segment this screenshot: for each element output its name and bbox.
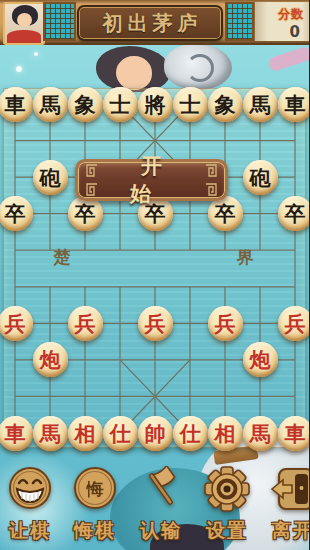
leave-button[interactable]: 离开 [264,466,309,544]
piece-glyph: 車 [285,94,306,115]
sparkle-decoration [16,66,22,72]
piece-glyph: 砲 [40,167,61,188]
resign-button[interactable]: 认输 [132,466,190,544]
settings-label: 设置 [198,518,256,544]
sparkle-decoration [34,52,38,56]
piece-red-29[interactable]: 相 [208,416,243,451]
piece-glyph: 車 [5,423,26,444]
piece-black-1[interactable]: 馬 [33,87,68,122]
piece-red-25[interactable]: 相 [68,416,103,451]
piece-black-4[interactable]: 將 [138,87,173,122]
piece-red-31[interactable]: 車 [278,416,310,451]
page-title: 初出茅庐 [98,10,203,37]
score-value: 0 [290,23,300,41]
piece-red-23[interactable]: 車 [0,416,33,451]
piece-glyph: 將 [145,94,166,115]
piece-glyph: 象 [215,94,236,115]
gear-icon [204,466,250,512]
exit-door-icon [270,466,309,512]
top-bar: 初出茅庐 分数 0 [0,0,309,45]
offer-handicap-label: 让棋 [1,518,59,544]
scroll-ornament-left [85,164,99,196]
piece-black-8[interactable]: 車 [278,87,310,122]
background-character-hair [96,46,170,92]
piece-glyph: 帥 [145,423,166,444]
lattice-panel-right [225,2,254,41]
piece-glyph: 士 [110,94,131,115]
leave-label: 离开 [264,518,309,544]
piece-glyph: 士 [180,94,201,115]
piece-glyph: 馬 [40,423,61,444]
undo-move-button[interactable]: 悔 悔棋 [66,466,124,544]
piece-black-11[interactable]: 卒 [0,196,33,231]
piece-glyph: 相 [215,423,236,444]
piece-glyph: 車 [5,94,26,115]
avatar-face [17,13,32,27]
piece-black-10[interactable]: 砲 [243,160,278,195]
piece-glyph: 兵 [285,313,306,334]
resign-label: 认输 [132,518,190,544]
piece-glyph: 相 [75,423,96,444]
piece-red-24[interactable]: 馬 [33,416,68,451]
settings-button[interactable]: 设置 [198,466,256,544]
piece-red-30[interactable]: 馬 [243,416,278,451]
start-button[interactable]: 开始 [75,159,228,201]
piece-red-17[interactable]: 兵 [68,306,103,341]
piece-glyph: 卒 [285,203,306,224]
piece-black-14[interactable]: 卒 [208,196,243,231]
scroll-ornament-right [204,164,218,196]
piece-glyph: 仕 [180,423,201,444]
piece-glyph: 卒 [75,203,96,224]
piece-red-22[interactable]: 炮 [243,342,278,377]
board-grid [3,88,306,448]
piece-glyph: 車 [285,423,306,444]
piece-black-5[interactable]: 士 [173,87,208,122]
piece-red-18[interactable]: 兵 [138,306,173,341]
piece-red-28[interactable]: 仕 [173,416,208,451]
piece-red-21[interactable]: 炮 [33,342,68,377]
background-character-face [116,56,152,90]
piece-red-27[interactable]: 帥 [138,416,173,451]
xiangqi-app: 初出茅庐 分数 0 楚 界 車馬象士將士象馬車砲砲卒卒卒卒卒兵兵兵兵兵炮炮車馬相… [0,0,309,550]
piece-glyph: 仕 [110,423,131,444]
svg-text:悔: 悔 [86,479,104,499]
piece-black-6[interactable]: 象 [208,87,243,122]
pink-ribbon-decoration [267,46,309,73]
piece-glyph: 馬 [40,94,61,115]
river-label-right: 界 [234,246,256,269]
piece-black-12[interactable]: 卒 [68,196,103,231]
lattice-panel-left [43,2,76,41]
piece-glyph: 炮 [40,349,61,370]
piece-glyph: 馬 [250,423,271,444]
avatar-dress [7,30,41,43]
piece-black-9[interactable]: 砲 [33,160,68,195]
piece-red-20[interactable]: 兵 [278,306,310,341]
undo-move-label: 悔棋 [66,518,124,544]
offer-handicap-button[interactable]: 让棋 [1,466,59,544]
piece-black-15[interactable]: 卒 [278,196,310,231]
silver-ornament-swirl [186,54,214,82]
piece-black-3[interactable]: 士 [103,87,138,122]
piece-glyph: 炮 [250,349,271,370]
score-label: 分数 [278,6,304,23]
piece-glyph: 馬 [250,94,271,115]
piece-red-26[interactable]: 仕 [103,416,138,451]
regret-coin-icon: 悔 [72,466,118,512]
piece-black-7[interactable]: 馬 [243,87,278,122]
piece-glyph: 兵 [75,313,96,334]
piece-glyph: 象 [75,94,96,115]
start-button-label: 开始 [99,152,204,208]
smiley-icon [7,466,53,512]
piece-glyph: 卒 [5,203,26,224]
silver-ornament [164,44,232,90]
flag-icon [138,466,184,512]
piece-glyph: 卒 [215,203,236,224]
level-title-plaque: 初出茅庐 [77,5,223,41]
piece-red-16[interactable]: 兵 [0,306,33,341]
xiangqi-board[interactable]: 楚 界 車馬象士將士象馬車砲砲卒卒卒卒卒兵兵兵兵兵炮炮車馬相仕帥仕相馬車 [3,88,306,448]
piece-red-19[interactable]: 兵 [208,306,243,341]
piece-black-2[interactable]: 象 [68,87,103,122]
avatar[interactable] [3,2,45,45]
piece-glyph: 兵 [5,313,26,334]
piece-glyph: 兵 [215,313,236,334]
piece-black-0[interactable]: 車 [0,87,33,122]
river-label-left: 楚 [51,246,73,269]
score-panel: 分数 0 [254,2,309,41]
piece-glyph: 砲 [250,167,271,188]
piece-glyph: 兵 [145,313,166,334]
